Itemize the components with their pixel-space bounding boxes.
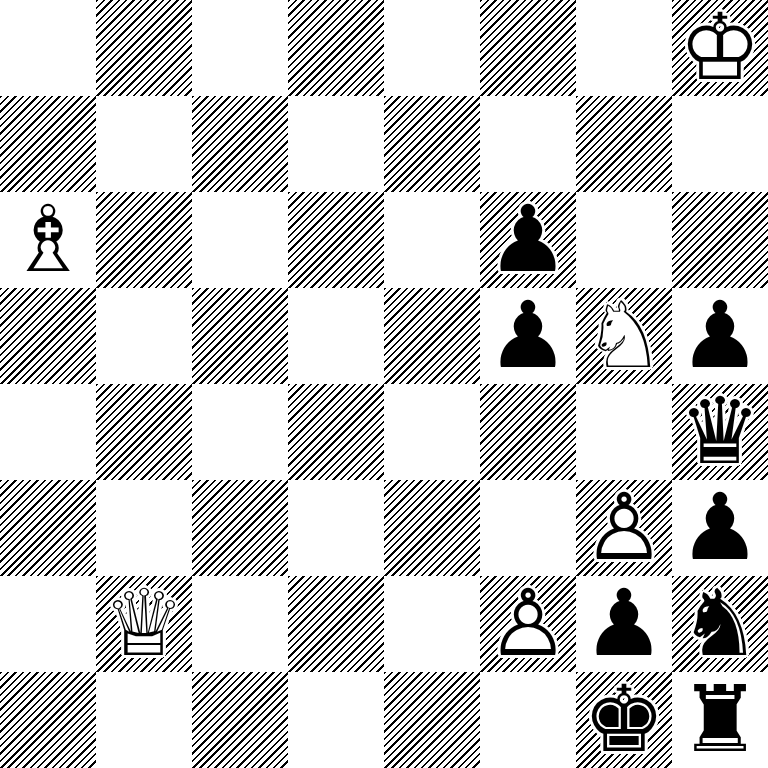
square-e6[interactable]: [384, 192, 480, 288]
square-b1[interactable]: [96, 672, 192, 768]
square-g7[interactable]: [576, 96, 672, 192]
square-d6[interactable]: [288, 192, 384, 288]
square-c5[interactable]: [192, 288, 288, 384]
square-c4[interactable]: [192, 384, 288, 480]
square-d2[interactable]: [288, 576, 384, 672]
square-g4[interactable]: [576, 384, 672, 480]
black-pawn-halo: ♟: [576, 576, 672, 672]
square-e7[interactable]: [384, 96, 480, 192]
square-b5[interactable]: [96, 288, 192, 384]
square-b4[interactable]: [96, 384, 192, 480]
square-h7[interactable]: [672, 96, 768, 192]
square-e5[interactable]: [384, 288, 480, 384]
square-c3[interactable]: [192, 480, 288, 576]
white-pawn-halo: ♟: [480, 576, 576, 672]
white-pawn-icon: ♙: [576, 480, 672, 576]
square-a4[interactable]: [0, 384, 96, 480]
square-e1[interactable]: [384, 672, 480, 768]
black-pawn-icon: ♟: [480, 288, 576, 384]
square-b6[interactable]: [96, 192, 192, 288]
black-pawn-halo: ♟: [672, 288, 768, 384]
square-b7[interactable]: [96, 96, 192, 192]
square-a3[interactable]: [0, 480, 96, 576]
square-h3[interactable]: ♟♟: [672, 480, 768, 576]
square-f6[interactable]: ♟♟: [480, 192, 576, 288]
white-knight-halo: ♞: [576, 288, 672, 384]
square-a5[interactable]: [0, 288, 96, 384]
square-f3[interactable]: [480, 480, 576, 576]
black-knight-halo: ♞: [672, 576, 768, 672]
square-c7[interactable]: [192, 96, 288, 192]
white-bishop-icon: ♗: [0, 192, 96, 288]
square-e3[interactable]: [384, 480, 480, 576]
square-a1[interactable]: [0, 672, 96, 768]
square-b2[interactable]: ♛♕: [96, 576, 192, 672]
square-h8[interactable]: ♚♔: [672, 0, 768, 96]
square-g1[interactable]: ♚♚: [576, 672, 672, 768]
square-h4[interactable]: ♛♛: [672, 384, 768, 480]
black-pawn-icon: ♟: [672, 480, 768, 576]
black-queen-icon: ♛: [672, 384, 768, 480]
square-c6[interactable]: [192, 192, 288, 288]
square-f8[interactable]: [480, 0, 576, 96]
black-queen-halo: ♛: [672, 384, 768, 480]
black-pawn-icon: ♟: [672, 288, 768, 384]
black-pawn-icon: ♟: [480, 192, 576, 288]
square-d5[interactable]: [288, 288, 384, 384]
square-h2[interactable]: ♞♞: [672, 576, 768, 672]
black-rook-halo: ♜: [672, 672, 768, 768]
square-e8[interactable]: [384, 0, 480, 96]
chess-board: ♚♔♝♗♟♟♟♟♞♘♟♟♛♛♟♙♟♟♛♕♟♙♟♟♞♞♚♚♜♜: [0, 0, 768, 768]
square-a8[interactable]: [0, 0, 96, 96]
black-pawn-halo: ♟: [480, 192, 576, 288]
black-rook-icon: ♜: [672, 672, 768, 768]
square-h5[interactable]: ♟♟: [672, 288, 768, 384]
square-g5[interactable]: ♞♘: [576, 288, 672, 384]
white-knight-icon: ♘: [576, 288, 672, 384]
black-pawn-halo: ♟: [480, 288, 576, 384]
black-king-halo: ♚: [576, 672, 672, 768]
white-king-icon: ♔: [672, 0, 768, 96]
square-c8[interactable]: [192, 0, 288, 96]
square-b8[interactable]: [96, 0, 192, 96]
square-d4[interactable]: [288, 384, 384, 480]
square-g3[interactable]: ♟♙: [576, 480, 672, 576]
square-d1[interactable]: [288, 672, 384, 768]
square-d8[interactable]: [288, 0, 384, 96]
square-d3[interactable]: [288, 480, 384, 576]
square-a7[interactable]: [0, 96, 96, 192]
square-f1[interactable]: [480, 672, 576, 768]
white-queen-icon: ♕: [96, 576, 192, 672]
square-c1[interactable]: [192, 672, 288, 768]
square-h1[interactable]: ♜♜: [672, 672, 768, 768]
square-g2[interactable]: ♟♟: [576, 576, 672, 672]
square-e4[interactable]: [384, 384, 480, 480]
square-f7[interactable]: [480, 96, 576, 192]
white-king-halo: ♚: [672, 0, 768, 96]
square-f5[interactable]: ♟♟: [480, 288, 576, 384]
white-queen-halo: ♛: [96, 576, 192, 672]
black-knight-icon: ♞: [672, 576, 768, 672]
square-a6[interactable]: ♝♗: [0, 192, 96, 288]
square-c2[interactable]: [192, 576, 288, 672]
black-pawn-halo: ♟: [672, 480, 768, 576]
square-f4[interactable]: [480, 384, 576, 480]
square-e2[interactable]: [384, 576, 480, 672]
square-h6[interactable]: [672, 192, 768, 288]
square-g8[interactable]: [576, 0, 672, 96]
square-g6[interactable]: [576, 192, 672, 288]
white-pawn-icon: ♙: [480, 576, 576, 672]
black-pawn-icon: ♟: [576, 576, 672, 672]
black-king-icon: ♚: [576, 672, 672, 768]
square-a2[interactable]: [0, 576, 96, 672]
white-bishop-halo: ♝: [0, 192, 96, 288]
square-f2[interactable]: ♟♙: [480, 576, 576, 672]
white-pawn-halo: ♟: [576, 480, 672, 576]
square-d7[interactable]: [288, 96, 384, 192]
square-b3[interactable]: [96, 480, 192, 576]
